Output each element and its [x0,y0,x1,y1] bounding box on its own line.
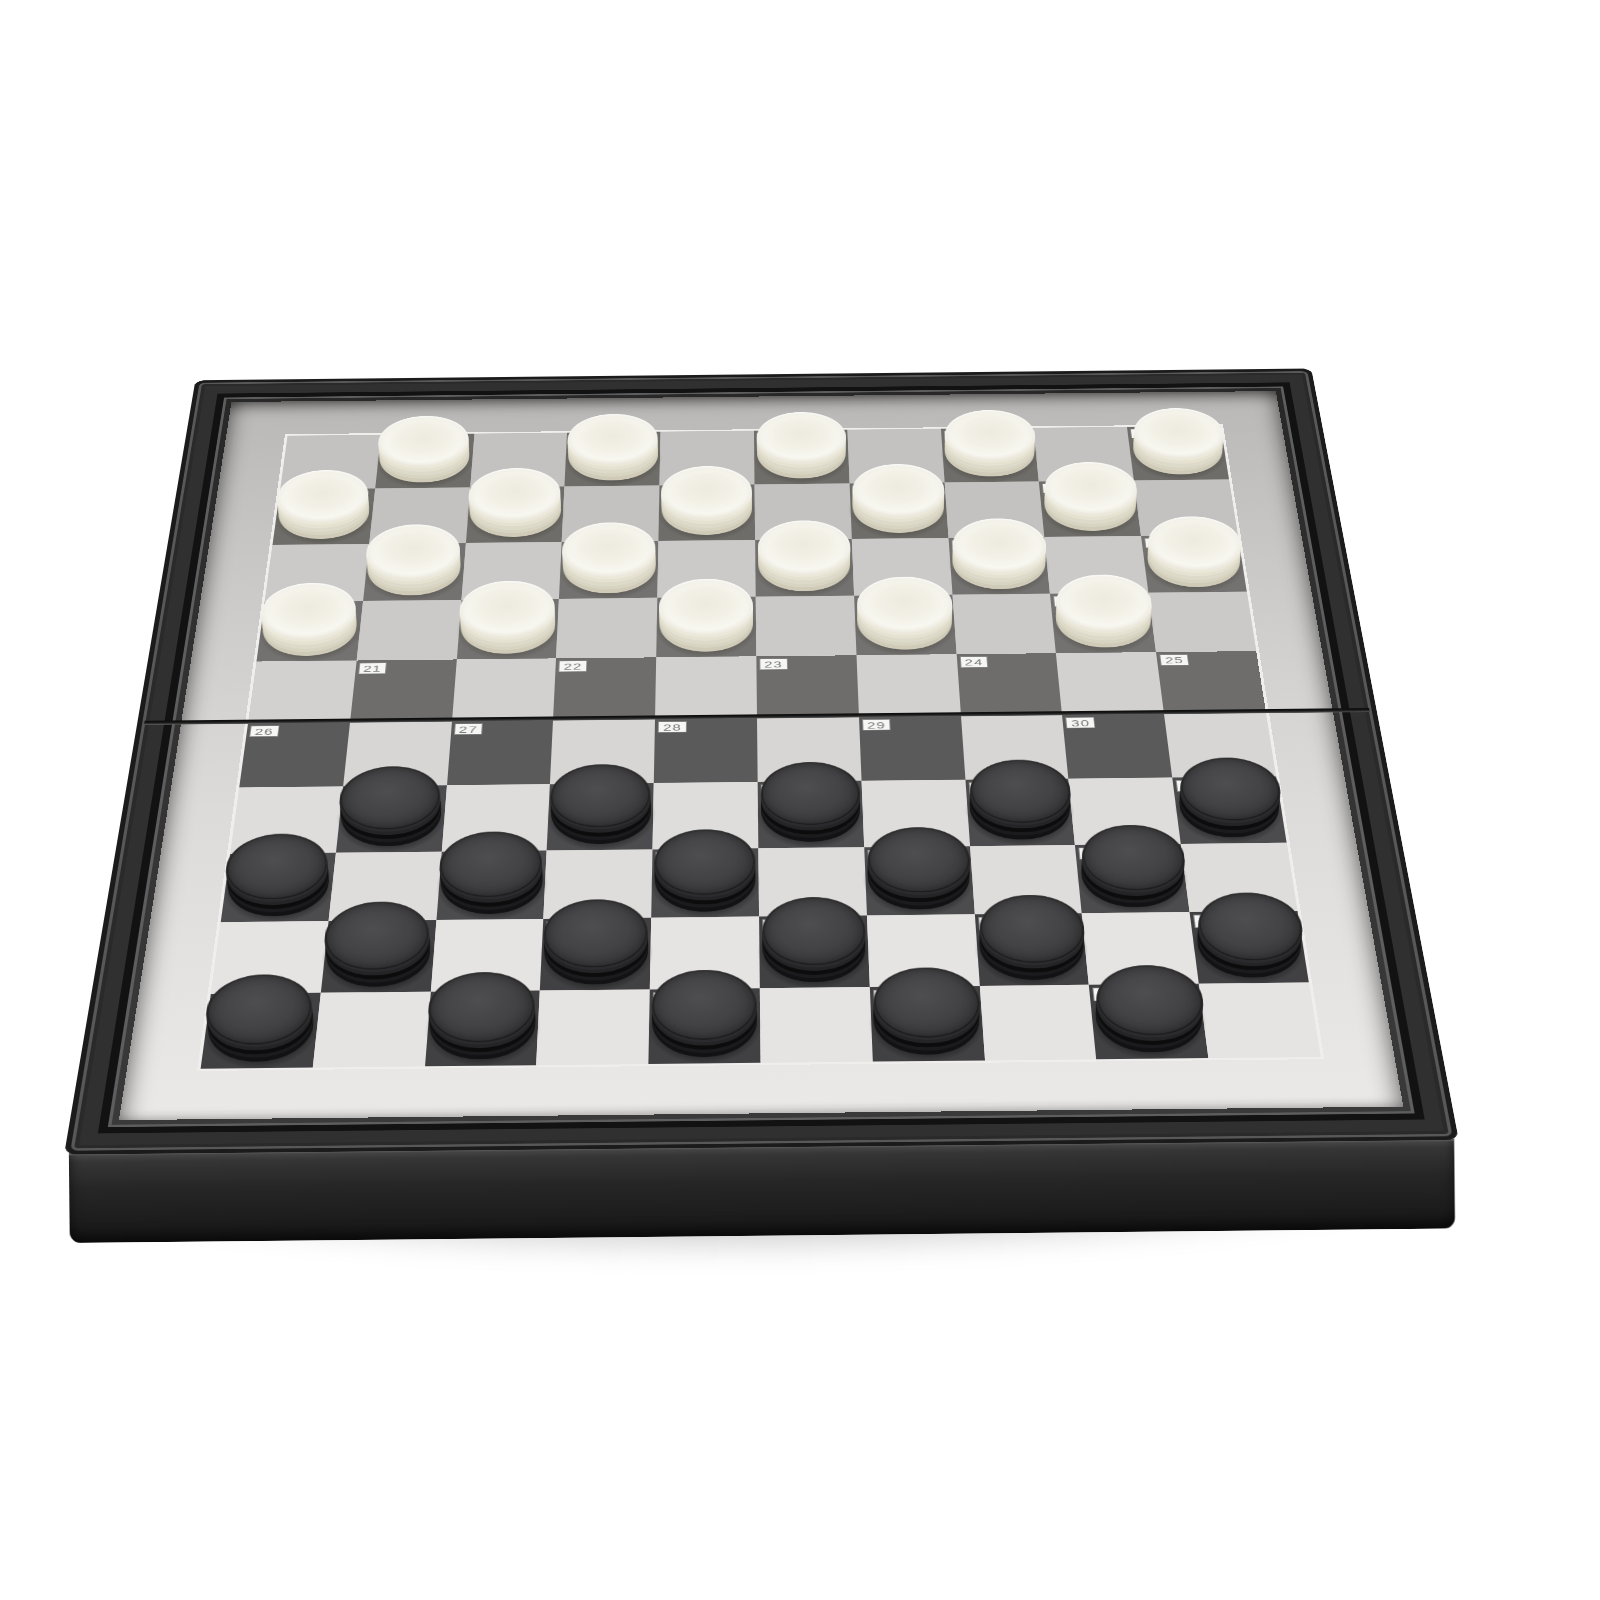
square-46[interactable]: 46 [201,993,321,1069]
black-piece[interactable] [867,848,972,914]
light-square [756,596,857,656]
white-piece[interactable] [951,538,1048,593]
black-piece[interactable] [1078,845,1187,911]
square-20[interactable]: 20 [1050,593,1156,653]
black-piece[interactable] [1193,913,1306,982]
draughts-board: 1234567891011121314151617181920212223242… [64,369,1459,1155]
black-piece[interactable] [543,920,649,989]
square-34[interactable]: 34 [965,779,1075,846]
square-number-label: 29 [862,719,891,731]
light-square [655,656,757,719]
square-32[interactable]: 32 [547,783,654,850]
white-piece[interactable] [758,540,852,595]
perspective-wrapper: 1234567891011121314151617181920212223242… [0,0,1600,1600]
white-piece[interactable] [661,486,753,540]
square-10[interactable]: 10 [1039,480,1141,536]
white-piece[interactable] [856,596,953,653]
square-40[interactable]: 40 [1075,844,1190,914]
light-square [313,992,431,1068]
light-square [248,661,356,724]
square-5[interactable]: 5 [1127,426,1229,480]
white-piece[interactable] [1053,594,1154,651]
black-piece[interactable] [550,785,652,849]
square-29[interactable]: 29 [859,716,965,781]
square-13[interactable]: 13 [755,539,854,597]
black-piece[interactable] [977,915,1086,984]
white-piece[interactable] [1144,536,1244,591]
white-piece[interactable] [468,488,562,542]
square-30[interactable]: 30 [1062,714,1172,779]
white-piece[interactable] [378,435,472,487]
square-47[interactable]: 47 [425,991,541,1067]
square-12[interactable]: 12 [559,541,658,599]
black-piece[interactable] [324,922,434,991]
black-piece[interactable] [204,995,318,1067]
square-number-label: 27 [454,723,483,735]
square-22[interactable]: 22 [553,657,656,720]
square-3[interactable]: 3 [754,430,849,485]
square-18[interactable]: 18 [656,597,756,657]
light-square [452,659,557,722]
square-42[interactable]: 42 [540,918,651,991]
white-piece[interactable] [943,429,1037,481]
square-43[interactable]: 43 [759,916,870,989]
black-piece[interactable] [439,852,545,918]
square-19[interactable]: 19 [854,595,956,655]
square-44[interactable]: 44 [974,914,1089,987]
square-8[interactable]: 8 [659,484,756,540]
square-41[interactable]: 41 [321,920,436,993]
black-piece[interactable] [651,990,757,1062]
white-piece[interactable] [852,484,946,538]
square-38[interactable]: 38 [651,848,759,918]
white-piece[interactable] [1042,482,1139,536]
square-31[interactable]: 31 [336,785,447,852]
white-piece[interactable] [459,601,557,658]
square-27[interactable]: 27 [447,720,554,785]
square-16[interactable]: 16 [256,601,362,662]
square-28[interactable]: 28 [654,718,758,783]
black-piece[interactable] [1175,778,1284,842]
black-piece[interactable] [339,787,444,851]
light-square [1149,592,1257,652]
white-piece[interactable] [259,603,360,660]
square-23[interactable]: 23 [756,655,858,718]
square-50[interactable]: 50 [1089,984,1208,1059]
white-piece[interactable] [567,433,658,485]
square-33[interactable]: 33 [758,781,864,848]
square-49[interactable]: 49 [870,986,985,1062]
square-11[interactable]: 11 [363,543,466,601]
square-9[interactable]: 9 [849,482,948,538]
white-piece[interactable] [275,490,372,544]
black-piece[interactable] [1092,986,1205,1058]
square-6[interactable]: 6 [273,488,375,544]
square-45[interactable]: 45 [1190,911,1309,984]
light-square [760,987,873,1063]
square-number-label: 30 [1066,717,1096,729]
square-37[interactable]: 37 [436,850,547,920]
black-piece[interactable] [654,850,756,916]
black-piece[interactable] [760,782,861,846]
black-piece[interactable] [428,993,538,1065]
light-square [952,594,1056,654]
white-piece[interactable] [756,431,847,483]
square-17[interactable]: 17 [456,599,559,659]
square-number-label: 28 [658,721,687,733]
square-2[interactable]: 2 [565,432,661,487]
white-piece[interactable] [365,544,463,600]
white-piece[interactable] [659,599,754,656]
black-piece[interactable] [872,988,981,1060]
square-4[interactable]: 4 [941,428,1040,482]
square-36[interactable]: 36 [221,853,336,923]
square-number-label: 26 [249,726,279,738]
square-14[interactable]: 14 [948,537,1050,595]
square-48[interactable]: 48 [649,988,761,1064]
light-square [356,600,461,660]
square-7[interactable]: 7 [466,486,565,542]
white-piece[interactable] [1130,427,1227,479]
light-square [1056,652,1164,715]
square-39[interactable]: 39 [864,846,974,916]
black-piece[interactable] [968,780,1073,844]
square-15[interactable]: 15 [1141,535,1247,593]
square-1[interactable]: 1 [375,434,474,489]
square-35[interactable]: 35 [1172,776,1286,843]
white-piece[interactable] [562,542,656,597]
black-piece[interactable] [224,854,333,921]
black-piece[interactable] [762,918,867,987]
product-photo-stage: 1234567891011121314151617181920212223242… [0,0,1600,1600]
case-front-edge [69,1139,1455,1243]
square-26[interactable]: 26 [239,722,350,787]
light-square [556,598,657,658]
